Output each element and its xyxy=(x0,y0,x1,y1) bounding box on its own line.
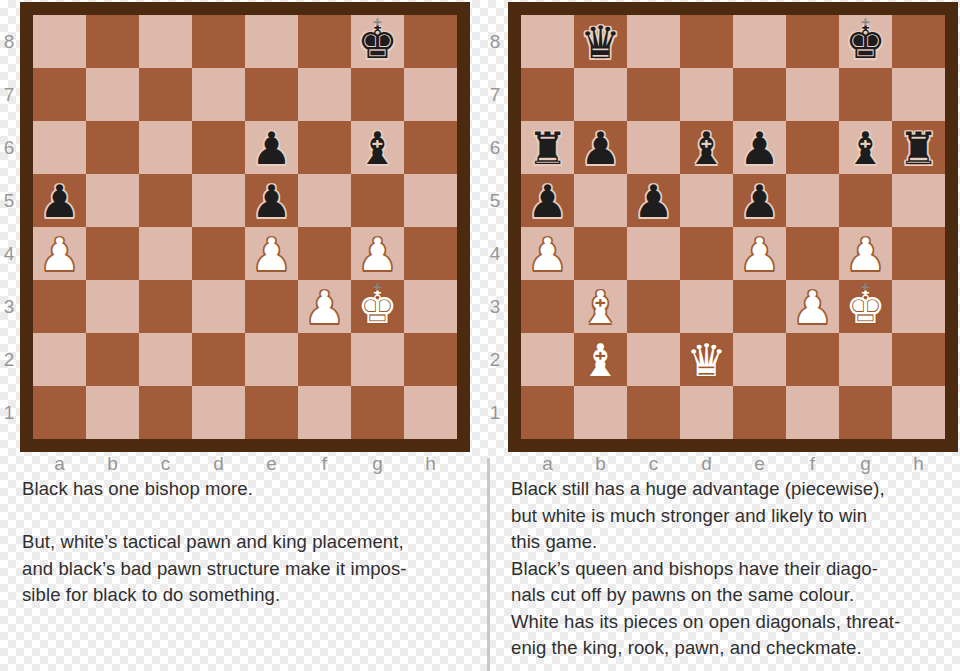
square-g4[interactable]: ♟ xyxy=(351,227,404,280)
square-f6[interactable] xyxy=(786,121,839,174)
square-g7[interactable] xyxy=(351,68,404,121)
square-b1[interactable] xyxy=(86,386,139,439)
square-f8[interactable] xyxy=(786,15,839,68)
square-e7[interactable] xyxy=(245,68,298,121)
square-d1[interactable] xyxy=(192,386,245,439)
black-queen-icon: ♛ xyxy=(580,20,620,65)
square-d1[interactable] xyxy=(680,386,733,439)
square-h5[interactable] xyxy=(892,174,945,227)
square-c3[interactable] xyxy=(627,280,680,333)
file-label: b xyxy=(574,452,627,476)
square-c6[interactable] xyxy=(139,121,192,174)
square-e5[interactable]: ♟ xyxy=(245,174,298,227)
square-e6[interactable]: ♟ xyxy=(245,121,298,174)
white-bishop-icon: ♝ xyxy=(580,338,620,383)
right-chess-board: ♛+♚♜♟♝♟♝♜♟♟♟♟♟♟♝♟+♚♝♛ xyxy=(508,2,958,452)
square-d6[interactable]: ♝ xyxy=(680,121,733,174)
square-a1[interactable] xyxy=(521,386,574,439)
square-e3[interactable] xyxy=(245,280,298,333)
square-g3[interactable]: +♚ xyxy=(351,280,404,333)
rank-label: 1 xyxy=(0,386,18,439)
square-e4[interactable]: ♟ xyxy=(733,227,786,280)
square-g5[interactable] xyxy=(351,174,404,227)
left-caption: Black has one bishop more. But, white’s … xyxy=(22,476,474,609)
square-a6[interactable]: ♜ xyxy=(521,121,574,174)
file-label: a xyxy=(33,452,86,476)
square-c8[interactable] xyxy=(139,15,192,68)
black-bishop-icon: ♝ xyxy=(845,126,885,171)
square-e2[interactable] xyxy=(245,333,298,386)
square-f1[interactable] xyxy=(298,386,351,439)
square-b8[interactable]: ♛ xyxy=(574,15,627,68)
square-b7[interactable] xyxy=(86,68,139,121)
black-rook-icon: ♜ xyxy=(898,126,938,171)
rank-label: 5 xyxy=(0,174,18,227)
square-b2[interactable] xyxy=(86,333,139,386)
square-b6[interactable]: ♟ xyxy=(574,121,627,174)
square-h2[interactable] xyxy=(892,333,945,386)
square-c6[interactable] xyxy=(627,121,680,174)
square-d8[interactable] xyxy=(192,15,245,68)
square-h6[interactable] xyxy=(404,121,457,174)
square-h4[interactable] xyxy=(404,227,457,280)
square-f2[interactable] xyxy=(786,333,839,386)
square-g7[interactable] xyxy=(839,68,892,121)
square-a6[interactable] xyxy=(33,121,86,174)
rank-label: 6 xyxy=(486,121,504,174)
square-c8[interactable] xyxy=(627,15,680,68)
white-pawn-icon: ♟ xyxy=(251,232,291,277)
square-h1[interactable] xyxy=(404,386,457,439)
square-h4[interactable] xyxy=(892,227,945,280)
rank-label: 3 xyxy=(0,280,18,333)
square-e1[interactable] xyxy=(245,386,298,439)
file-label: f xyxy=(298,452,351,476)
square-a4[interactable]: ♟ xyxy=(521,227,574,280)
square-e8[interactable] xyxy=(733,15,786,68)
rank-label: 6 xyxy=(0,121,18,174)
rank-label: 8 xyxy=(0,15,18,68)
square-c4[interactable] xyxy=(139,227,192,280)
square-f3[interactable]: ♟ xyxy=(786,280,839,333)
white-bishop-icon: ♝ xyxy=(580,285,620,330)
square-f1[interactable] xyxy=(786,386,839,439)
square-e6[interactable]: ♟ xyxy=(733,121,786,174)
rank-label: 4 xyxy=(0,227,18,280)
file-label: a xyxy=(521,452,574,476)
square-f6[interactable] xyxy=(298,121,351,174)
square-f4[interactable] xyxy=(298,227,351,280)
square-f2[interactable] xyxy=(298,333,351,386)
left-chess-board: +♚♟♝♟♟♟♟♟♟+♚ xyxy=(20,2,470,452)
square-a3[interactable] xyxy=(33,280,86,333)
black-pawn-icon: ♟ xyxy=(251,179,291,224)
king-cross-icon: + xyxy=(373,279,382,294)
square-a2[interactable] xyxy=(521,333,574,386)
square-f3[interactable]: ♟ xyxy=(298,280,351,333)
square-d2[interactable]: ♛ xyxy=(680,333,733,386)
square-h2[interactable] xyxy=(404,333,457,386)
square-g3[interactable]: +♚ xyxy=(839,280,892,333)
white-pawn-icon: ♟ xyxy=(792,285,832,330)
square-h8[interactable] xyxy=(404,15,457,68)
black-bishop-icon: ♝ xyxy=(686,126,726,171)
square-d6[interactable] xyxy=(192,121,245,174)
square-d3[interactable] xyxy=(192,280,245,333)
square-d4[interactable] xyxy=(192,227,245,280)
square-b4[interactable] xyxy=(86,227,139,280)
file-label: h xyxy=(892,452,945,476)
file-label: e xyxy=(245,452,298,476)
king-cross-icon: + xyxy=(861,14,870,29)
square-g6[interactable]: ♝ xyxy=(351,121,404,174)
king-cross-icon: + xyxy=(861,279,870,294)
square-e5[interactable]: ♟ xyxy=(733,174,786,227)
square-f7[interactable] xyxy=(786,68,839,121)
square-h8[interactable] xyxy=(892,15,945,68)
king-cross-icon: + xyxy=(373,14,382,29)
square-d5[interactable] xyxy=(192,174,245,227)
square-c4[interactable] xyxy=(627,227,680,280)
square-e3[interactable] xyxy=(733,280,786,333)
square-b2[interactable]: ♝ xyxy=(574,333,627,386)
square-b8[interactable] xyxy=(86,15,139,68)
square-b1[interactable] xyxy=(574,386,627,439)
file-label: g xyxy=(351,452,404,476)
square-e1[interactable] xyxy=(733,386,786,439)
file-label: d xyxy=(192,452,245,476)
square-d7[interactable] xyxy=(680,68,733,121)
square-a8[interactable] xyxy=(33,15,86,68)
file-label: c xyxy=(627,452,680,476)
square-e8[interactable] xyxy=(245,15,298,68)
square-b5[interactable] xyxy=(86,174,139,227)
square-d4[interactable] xyxy=(680,227,733,280)
black-pawn-icon: ♟ xyxy=(251,126,291,171)
file-label: e xyxy=(733,452,786,476)
rank-label: 8 xyxy=(486,15,504,68)
square-c1[interactable] xyxy=(139,386,192,439)
square-f8[interactable] xyxy=(298,15,351,68)
square-g5[interactable] xyxy=(839,174,892,227)
square-c3[interactable] xyxy=(139,280,192,333)
square-g6[interactable]: ♝ xyxy=(839,121,892,174)
right-caption: Black still has a huge advantage (piecew… xyxy=(511,476,960,662)
square-c5[interactable] xyxy=(139,174,192,227)
square-a1[interactable] xyxy=(33,386,86,439)
square-h6[interactable]: ♜ xyxy=(892,121,945,174)
rank-label: 3 xyxy=(486,280,504,333)
square-a5[interactable]: ♟ xyxy=(521,174,574,227)
square-b5[interactable] xyxy=(574,174,627,227)
square-g8[interactable]: +♚ xyxy=(839,15,892,68)
right-board-rank-labels: 87654321 xyxy=(486,15,504,439)
file-label: f xyxy=(786,452,839,476)
square-b3[interactable]: ♝ xyxy=(574,280,627,333)
square-a4[interactable]: ♟ xyxy=(33,227,86,280)
rank-label: 7 xyxy=(0,68,18,121)
square-a7[interactable] xyxy=(521,68,574,121)
square-d8[interactable] xyxy=(680,15,733,68)
square-h5[interactable] xyxy=(404,174,457,227)
square-c2[interactable] xyxy=(139,333,192,386)
rank-label: 1 xyxy=(486,386,504,439)
rank-label: 2 xyxy=(0,333,18,386)
square-f4[interactable] xyxy=(786,227,839,280)
column-divider xyxy=(487,458,490,671)
square-c7[interactable] xyxy=(627,68,680,121)
square-g8[interactable]: +♚ xyxy=(351,15,404,68)
square-a8[interactable] xyxy=(521,15,574,68)
square-c2[interactable] xyxy=(627,333,680,386)
rank-label: 2 xyxy=(486,333,504,386)
white-pawn-icon: ♟ xyxy=(39,232,79,277)
black-pawn-icon: ♟ xyxy=(527,179,567,224)
square-g2[interactable] xyxy=(839,333,892,386)
file-label: d xyxy=(680,452,733,476)
left-board-file-labels: abcdefgh xyxy=(33,452,457,476)
white-pawn-icon: ♟ xyxy=(739,232,779,277)
square-f7[interactable] xyxy=(298,68,351,121)
black-rook-icon: ♜ xyxy=(527,126,567,171)
square-f5[interactable] xyxy=(298,174,351,227)
square-c1[interactable] xyxy=(627,386,680,439)
file-label: g xyxy=(839,452,892,476)
square-c5[interactable]: ♟ xyxy=(627,174,680,227)
square-b7[interactable] xyxy=(574,68,627,121)
white-queen-icon: ♛ xyxy=(686,338,726,383)
square-h7[interactable] xyxy=(892,68,945,121)
left-board-rank-labels: 87654321 xyxy=(0,15,18,439)
square-b6[interactable] xyxy=(86,121,139,174)
white-pawn-icon: ♟ xyxy=(357,232,397,277)
square-d7[interactable] xyxy=(192,68,245,121)
square-c7[interactable] xyxy=(139,68,192,121)
square-b4[interactable] xyxy=(574,227,627,280)
square-g1[interactable] xyxy=(351,386,404,439)
square-d2[interactable] xyxy=(192,333,245,386)
square-d3[interactable] xyxy=(680,280,733,333)
square-g4[interactable]: ♟ xyxy=(839,227,892,280)
square-a5[interactable]: ♟ xyxy=(33,174,86,227)
rank-label: 7 xyxy=(486,68,504,121)
square-h3[interactable] xyxy=(404,280,457,333)
rank-label: 5 xyxy=(486,174,504,227)
white-pawn-icon: ♟ xyxy=(845,232,885,277)
square-e7[interactable] xyxy=(733,68,786,121)
square-b3[interactable] xyxy=(86,280,139,333)
file-label: c xyxy=(139,452,192,476)
black-bishop-icon: ♝ xyxy=(357,126,397,171)
square-h1[interactable] xyxy=(892,386,945,439)
file-label: b xyxy=(86,452,139,476)
square-e4[interactable]: ♟ xyxy=(245,227,298,280)
black-pawn-icon: ♟ xyxy=(580,126,620,171)
square-g1[interactable] xyxy=(839,386,892,439)
black-pawn-icon: ♟ xyxy=(739,126,779,171)
square-a7[interactable] xyxy=(33,68,86,121)
square-e2[interactable] xyxy=(733,333,786,386)
square-d5[interactable] xyxy=(680,174,733,227)
black-pawn-icon: ♟ xyxy=(633,179,673,224)
white-pawn-icon: ♟ xyxy=(304,285,344,330)
black-pawn-icon: ♟ xyxy=(739,179,779,224)
square-g2[interactable] xyxy=(351,333,404,386)
square-f5[interactable] xyxy=(786,174,839,227)
white-pawn-icon: ♟ xyxy=(527,232,567,277)
square-a2[interactable] xyxy=(33,333,86,386)
square-h3[interactable] xyxy=(892,280,945,333)
square-a3[interactable] xyxy=(521,280,574,333)
square-h7[interactable] xyxy=(404,68,457,121)
file-label: h xyxy=(404,452,457,476)
black-pawn-icon: ♟ xyxy=(39,179,79,224)
rank-label: 4 xyxy=(486,227,504,280)
right-board-file-labels: abcdefgh xyxy=(521,452,945,476)
